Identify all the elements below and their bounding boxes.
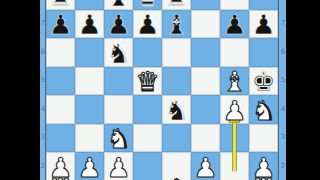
square-g3 [220, 124, 249, 153]
square-b4 [75, 95, 104, 124]
square-a5 [46, 67, 75, 96]
rank-label-left-4: 4 [39, 106, 47, 113]
rank-label-right-3: 3 [279, 134, 287, 141]
square-h8 [249, 0, 278, 10]
rank-label-left-7: 7 [39, 20, 47, 27]
square-a8 [46, 0, 75, 10]
square-f7 [191, 10, 220, 39]
rank-label-right-7: 7 [279, 20, 287, 27]
square-b7 [75, 10, 104, 39]
square-c2 [104, 152, 133, 180]
square-d7 [133, 10, 162, 39]
chess-board [46, 0, 278, 180]
rank-label-left-5: 5 [39, 77, 47, 84]
square-b8 [75, 0, 104, 10]
square-g7 [220, 10, 249, 39]
square-e2 [162, 152, 191, 180]
square-a2 [46, 152, 75, 180]
square-c6 [104, 38, 133, 67]
square-f2 [191, 152, 220, 180]
square-h6 [249, 38, 278, 67]
square-c5 [104, 67, 133, 96]
square-b5 [75, 67, 104, 96]
square-a4 [46, 95, 75, 124]
rank-label-left-2: 2 [39, 163, 47, 170]
square-a6 [46, 38, 75, 67]
square-c7 [104, 10, 133, 39]
square-f8 [191, 0, 220, 10]
square-f3 [191, 124, 220, 153]
square-g5 [220, 67, 249, 96]
square-a7 [46, 10, 75, 39]
square-e4 [162, 95, 191, 124]
square-f6 [191, 38, 220, 67]
square-a3 [46, 124, 75, 153]
square-e5 [162, 67, 191, 96]
square-h7 [249, 10, 278, 39]
rank-label-left-3: 3 [39, 134, 47, 141]
square-h4 [249, 95, 278, 124]
square-e3 [162, 124, 191, 153]
rank-label-left-6: 6 [39, 49, 47, 56]
square-h5 [249, 67, 278, 96]
square-g8 [220, 0, 249, 10]
rank-label-right-4: 4 [279, 106, 287, 113]
square-c4 [104, 95, 133, 124]
square-d8 [133, 0, 162, 10]
square-f5 [191, 67, 220, 96]
rank-label-right-6: 6 [279, 49, 287, 56]
square-g2 [220, 152, 249, 180]
chess-diagram: 8877665544332211 ♜♝♛♜♟♟♟♟♝♟♟♞♛♝♚♞♟♞♞♟♟♟♟… [0, 0, 320, 180]
square-c8 [104, 0, 133, 10]
square-d3 [133, 124, 162, 153]
square-g6 [220, 38, 249, 67]
square-d4 [133, 95, 162, 124]
square-g4 [220, 95, 249, 124]
square-e7 [162, 10, 191, 39]
square-c3 [104, 124, 133, 153]
square-d5 [133, 67, 162, 96]
square-d6 [133, 38, 162, 67]
rank-label-right-2: 2 [279, 163, 287, 170]
square-b6 [75, 38, 104, 67]
square-h2 [249, 152, 278, 180]
rank-label-right-5: 5 [279, 77, 287, 84]
square-b2 [75, 152, 104, 180]
square-h3 [249, 124, 278, 153]
square-d2 [133, 152, 162, 180]
square-e8 [162, 0, 191, 10]
square-f4 [191, 95, 220, 124]
square-b3 [75, 124, 104, 153]
square-e6 [162, 38, 191, 67]
